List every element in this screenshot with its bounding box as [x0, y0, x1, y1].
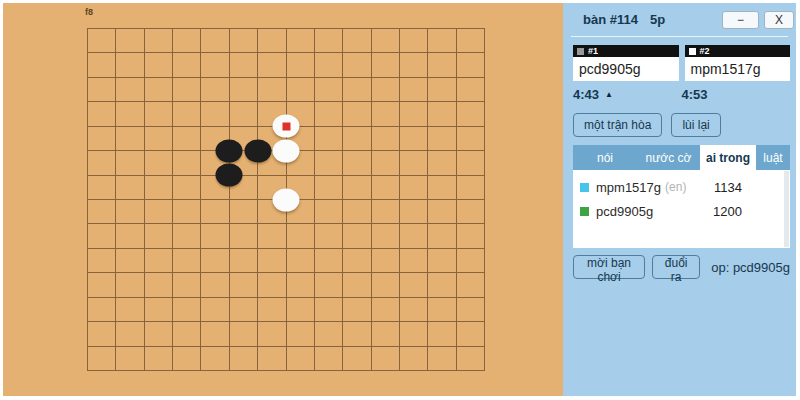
board-cell[interactable]	[144, 126, 172, 150]
board-cell[interactable]	[456, 77, 484, 101]
board-cell[interactable]	[342, 101, 370, 125]
board-cell[interactable]	[172, 77, 200, 101]
board-cell[interactable]	[87, 77, 115, 101]
board-cell[interactable]	[87, 199, 115, 223]
board-cell[interactable]	[200, 175, 228, 199]
board-cell[interactable]	[314, 272, 342, 296]
board-cell[interactable]	[144, 77, 172, 101]
board-cell[interactable]	[286, 126, 314, 150]
board-cell[interactable]	[144, 223, 172, 247]
board-cell[interactable]	[200, 126, 228, 150]
board-cell[interactable]	[87, 175, 115, 199]
board-cell[interactable]	[427, 248, 455, 272]
board-cell[interactable]	[427, 199, 455, 223]
tab-rules[interactable]: luật	[756, 145, 790, 170]
board-cell[interactable]	[200, 101, 228, 125]
board-cell[interactable]	[115, 248, 143, 272]
undo-button[interactable]: lùi lại	[671, 113, 720, 137]
board-cell[interactable]	[144, 150, 172, 174]
clock-player-2: 4:53	[682, 87, 791, 102]
board-cell[interactable]	[427, 272, 455, 296]
board-cell[interactable]	[314, 126, 342, 150]
board-cell[interactable]	[342, 321, 370, 345]
board-cell[interactable]	[371, 52, 399, 76]
close-button[interactable]: X	[764, 11, 794, 29]
board-cell[interactable]	[399, 52, 427, 76]
user-language-tag: (en)	[665, 180, 686, 194]
board-cell[interactable]	[200, 223, 228, 247]
board-cell[interactable]	[314, 101, 342, 125]
board-cell[interactable]	[286, 150, 314, 174]
player-name-2: mpm1517g	[685, 57, 791, 81]
board-cell[interactable]	[456, 321, 484, 345]
board-cell[interactable]	[371, 28, 399, 52]
board-cell[interactable]	[399, 126, 427, 150]
board-cell[interactable]	[371, 101, 399, 125]
board-cell[interactable]	[314, 77, 342, 101]
board-cell[interactable]	[229, 272, 257, 296]
player-card-2: #2 mpm1517g	[685, 45, 791, 81]
board-cell[interactable]	[427, 101, 455, 125]
board-cell[interactable]	[200, 346, 228, 370]
move-coordinate-label: f8	[85, 7, 93, 17]
board-cell[interactable]	[399, 297, 427, 321]
turn-indicator-icon: ▲	[605, 90, 613, 99]
board-cell[interactable]	[87, 346, 115, 370]
board-cell[interactable]	[144, 297, 172, 321]
board-cell[interactable]	[200, 199, 228, 223]
board-cell[interactable]	[257, 199, 285, 223]
actions-row: một trận hòa lùi lại	[573, 113, 721, 137]
board-cell[interactable]	[257, 223, 285, 247]
board-cell[interactable]	[286, 272, 314, 296]
board-cell[interactable]	[229, 150, 257, 174]
board-cell[interactable]	[115, 126, 143, 150]
user-name: pcd9905g	[596, 204, 653, 219]
board-cell[interactable]	[257, 126, 285, 150]
list-item[interactable]: mpm1517g (en) 1134	[580, 175, 790, 199]
board-cell[interactable]	[200, 150, 228, 174]
board-cell[interactable]	[144, 248, 172, 272]
board-cell[interactable]	[144, 321, 172, 345]
board-cell[interactable]	[286, 77, 314, 101]
game-panel: bàn #114 5p − X #1 pcd9905g #2 mpm1517g …	[563, 3, 796, 396]
board-cell[interactable]	[172, 28, 200, 52]
board-cell[interactable]	[87, 150, 115, 174]
board-cell[interactable]	[427, 175, 455, 199]
list-item[interactable]: pcd9905g 1200	[580, 199, 790, 223]
board-cell[interactable]	[172, 150, 200, 174]
user-list: mpm1517g (en) 1134 pcd9905g 1200	[573, 170, 790, 248]
seat-number-2: #2	[700, 46, 710, 56]
offer-draw-button[interactable]: một trận hòa	[573, 113, 662, 137]
board-cell[interactable]	[257, 272, 285, 296]
board-cell[interactable]	[342, 248, 370, 272]
board-cell[interactable]	[286, 297, 314, 321]
board-cell[interactable]	[115, 272, 143, 296]
board-cell[interactable]	[399, 101, 427, 125]
board-cell[interactable]	[229, 175, 257, 199]
board-cell[interactable]	[342, 150, 370, 174]
board-cell[interactable]	[87, 297, 115, 321]
board-cell[interactable]	[371, 297, 399, 321]
board-cell[interactable]	[257, 297, 285, 321]
board-cell[interactable]	[115, 321, 143, 345]
board-cell[interactable]	[172, 101, 200, 125]
user-status-icon	[580, 183, 589, 192]
board-cell[interactable]	[87, 272, 115, 296]
board-cell[interactable]	[342, 126, 370, 150]
board-cell[interactable]	[314, 346, 342, 370]
board-cell[interactable]	[172, 199, 200, 223]
board-cell[interactable]	[229, 101, 257, 125]
board-cell[interactable]	[286, 199, 314, 223]
player-card-1: #1 pcd9905g	[573, 45, 679, 81]
board-cell[interactable]	[399, 77, 427, 101]
board-cell[interactable]	[257, 101, 285, 125]
board-cell[interactable]	[456, 199, 484, 223]
board-cell[interactable]	[144, 175, 172, 199]
board-cell[interactable]	[342, 199, 370, 223]
board-cell[interactable]	[229, 28, 257, 52]
board-cell[interactable]	[456, 150, 484, 174]
board-cell[interactable]	[229, 199, 257, 223]
invite-friend-button[interactable]: mời bạn chơi	[573, 255, 645, 279]
board-cell[interactable]	[172, 272, 200, 296]
board-cell[interactable]	[115, 28, 143, 52]
board-cell[interactable]	[399, 199, 427, 223]
board-cell[interactable]	[286, 321, 314, 345]
board-cell[interactable]	[427, 126, 455, 150]
board-cell[interactable]	[314, 28, 342, 52]
board-cell[interactable]	[371, 150, 399, 174]
board-cell[interactable]	[342, 28, 370, 52]
board-cell[interactable]	[427, 28, 455, 52]
header-divider	[571, 36, 788, 37]
operator-label: op: pcd9905g	[711, 260, 790, 275]
board-cell[interactable]	[371, 321, 399, 345]
board-cell[interactable]	[399, 346, 427, 370]
board-cell[interactable]	[229, 321, 257, 345]
board-cell[interactable]	[172, 175, 200, 199]
board-cell[interactable]	[200, 248, 228, 272]
board-cell[interactable]	[342, 272, 370, 296]
board-cell[interactable]	[399, 175, 427, 199]
board-cell[interactable]	[456, 126, 484, 150]
board-cell[interactable]	[371, 346, 399, 370]
board-cell[interactable]	[115, 77, 143, 101]
user-rating: 1200	[713, 204, 742, 219]
board-cell[interactable]	[87, 101, 115, 125]
board-cell[interactable]	[172, 248, 200, 272]
players-row: #1 pcd9905g #2 mpm1517g	[573, 45, 790, 81]
board-cell[interactable]	[342, 77, 370, 101]
table-title: bàn #114	[583, 12, 638, 27]
tab-bar: nói nước cờ ai trong luật	[573, 145, 790, 170]
board-cell[interactable]	[229, 346, 257, 370]
board-cell[interactable]	[87, 126, 115, 150]
board-cell[interactable]	[314, 150, 342, 174]
board-cell[interactable]	[257, 28, 285, 52]
board-cell[interactable]	[399, 223, 427, 247]
board-cell[interactable]	[200, 28, 228, 52]
board-cell[interactable]	[314, 321, 342, 345]
clock-time-2: 4:53	[682, 87, 708, 102]
board-cell[interactable]	[172, 52, 200, 76]
list-scrollbar[interactable]	[784, 171, 789, 247]
board-cell[interactable]	[200, 52, 228, 76]
board-cell[interactable]	[371, 175, 399, 199]
board-cell[interactable]	[427, 346, 455, 370]
board-cell[interactable]	[286, 346, 314, 370]
board-cell[interactable]	[456, 52, 484, 76]
seat-bar-2: #2	[685, 45, 791, 57]
board-cell[interactable]	[229, 223, 257, 247]
board-area: f8	[3, 3, 563, 396]
board-cell[interactable]	[229, 248, 257, 272]
board-cell[interactable]	[314, 52, 342, 76]
tab-chat[interactable]: nói	[573, 145, 637, 170]
clock-player-1: 4:43 ▲	[573, 87, 682, 102]
board-cell[interactable]	[144, 346, 172, 370]
player-name-1: pcd9905g	[573, 57, 679, 81]
board-cell[interactable]	[456, 272, 484, 296]
board-cell[interactable]	[342, 52, 370, 76]
board-cell[interactable]	[427, 77, 455, 101]
board-cell[interactable]	[371, 126, 399, 150]
board-cell[interactable]	[172, 297, 200, 321]
board-cell[interactable]	[257, 77, 285, 101]
user-status-icon	[580, 207, 589, 216]
board-cell[interactable]	[371, 272, 399, 296]
board-cell[interactable]	[257, 321, 285, 345]
seat-number-1: #1	[588, 46, 598, 56]
board-cell[interactable]	[200, 321, 228, 345]
board-cell[interactable]	[286, 101, 314, 125]
board-cell[interactable]	[200, 77, 228, 101]
board-cell[interactable]	[286, 175, 314, 199]
black-seat-icon	[577, 48, 584, 55]
board-cell[interactable]	[87, 28, 115, 52]
board-cell[interactable]	[172, 223, 200, 247]
board-cell[interactable]	[427, 52, 455, 76]
clocks-row: 4:43 ▲ 4:53	[573, 87, 790, 102]
board-cell[interactable]	[200, 297, 228, 321]
board-cell[interactable]	[286, 248, 314, 272]
time-control: 5p	[650, 12, 665, 27]
board-cell[interactable]	[371, 199, 399, 223]
user-rating: 1134	[714, 180, 742, 195]
gomoku-board[interactable]	[87, 28, 485, 371]
board-cell[interactable]	[371, 223, 399, 247]
board-cell[interactable]	[229, 77, 257, 101]
board-cell[interactable]	[257, 248, 285, 272]
board-cell[interactable]	[314, 297, 342, 321]
board-cell[interactable]	[115, 297, 143, 321]
board-cell[interactable]	[144, 52, 172, 76]
board-cell[interactable]	[456, 101, 484, 125]
board-cell[interactable]	[115, 223, 143, 247]
board-cell[interactable]	[427, 150, 455, 174]
board-cell[interactable]	[456, 223, 484, 247]
board-cell[interactable]	[144, 28, 172, 52]
board-cell[interactable]	[286, 223, 314, 247]
board-cell[interactable]	[115, 199, 143, 223]
board-cell[interactable]	[115, 150, 143, 174]
board-cell[interactable]	[314, 223, 342, 247]
board-cell[interactable]	[456, 248, 484, 272]
board-cell[interactable]	[257, 175, 285, 199]
board-cell[interactable]	[342, 346, 370, 370]
board-cell[interactable]	[399, 150, 427, 174]
board-cell[interactable]	[314, 248, 342, 272]
board-cell[interactable]	[286, 52, 314, 76]
board-cell[interactable]	[286, 28, 314, 52]
board-cell[interactable]	[456, 28, 484, 52]
board-cell[interactable]	[144, 272, 172, 296]
board-cell[interactable]	[314, 175, 342, 199]
board-cell[interactable]	[257, 52, 285, 76]
board-cell[interactable]	[427, 223, 455, 247]
panel-header: bàn #114 5p	[563, 3, 796, 36]
board-cell[interactable]	[144, 101, 172, 125]
board-cell[interactable]	[87, 248, 115, 272]
board-cell[interactable]	[342, 175, 370, 199]
board-cell[interactable]	[115, 346, 143, 370]
board-cell[interactable]	[115, 101, 143, 125]
user-name: mpm1517g	[596, 180, 661, 195]
board-cell[interactable]	[399, 28, 427, 52]
white-seat-icon	[689, 48, 696, 55]
board-cell[interactable]	[342, 297, 370, 321]
seat-bar-1: #1	[573, 45, 679, 57]
board-cell[interactable]	[399, 321, 427, 345]
tab-who-is-in[interactable]: ai trong	[700, 145, 756, 170]
board-cell[interactable]	[115, 175, 143, 199]
board-cell[interactable]	[229, 52, 257, 76]
board-cell[interactable]	[87, 52, 115, 76]
board-cell[interactable]	[314, 199, 342, 223]
board-cell[interactable]	[115, 52, 143, 76]
board-cell[interactable]	[399, 272, 427, 296]
footer-row: mời bạn chơi đuổi ra op: pcd9905g	[573, 255, 790, 279]
board-cell[interactable]	[200, 272, 228, 296]
kick-out-button[interactable]: đuổi ra	[652, 255, 700, 279]
clock-time-1: 4:43	[573, 87, 599, 102]
tab-moves[interactable]: nước cờ	[637, 145, 700, 170]
board-cell[interactable]	[257, 346, 285, 370]
board-cell[interactable]	[172, 126, 200, 150]
board-cell[interactable]	[144, 199, 172, 223]
board-cell[interactable]	[172, 321, 200, 345]
board-cell[interactable]	[229, 297, 257, 321]
board-cell[interactable]	[456, 346, 484, 370]
board-cell[interactable]	[427, 321, 455, 345]
minimize-button[interactable]: −	[722, 11, 759, 29]
board-cell[interactable]	[371, 77, 399, 101]
board-cell[interactable]	[257, 150, 285, 174]
board-cell[interactable]	[229, 126, 257, 150]
board-cell[interactable]	[371, 248, 399, 272]
board-cell[interactable]	[399, 248, 427, 272]
board-cell[interactable]	[342, 223, 370, 247]
board-cell[interactable]	[87, 321, 115, 345]
board-cell[interactable]	[456, 297, 484, 321]
board-cell[interactable]	[456, 175, 484, 199]
board-cell[interactable]	[87, 223, 115, 247]
board-cell[interactable]	[172, 346, 200, 370]
board-cell[interactable]	[427, 297, 455, 321]
